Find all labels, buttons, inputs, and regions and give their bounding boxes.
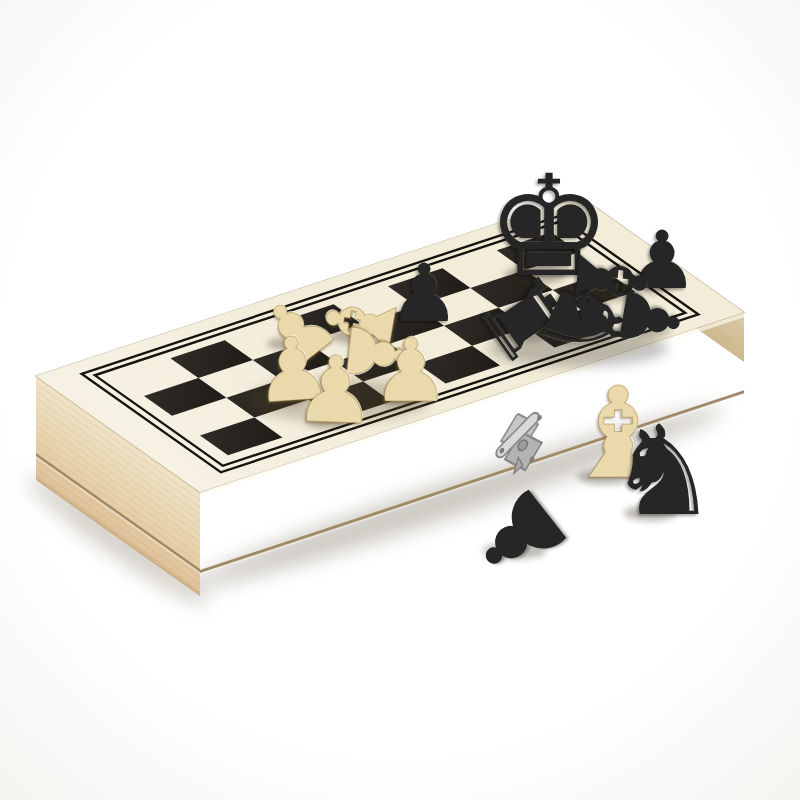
metal-clasp-icon xyxy=(486,398,560,491)
black-pawn-lying-table-shadow xyxy=(483,542,547,560)
cream-bishop-standing-table-shadow xyxy=(578,469,633,485)
product-photo-scene: ♚♟♝♟♜♞♟♝♟♟♟♟♟♝♞♟ xyxy=(0,0,800,800)
black-knight-standing-table-shadow xyxy=(623,505,678,521)
